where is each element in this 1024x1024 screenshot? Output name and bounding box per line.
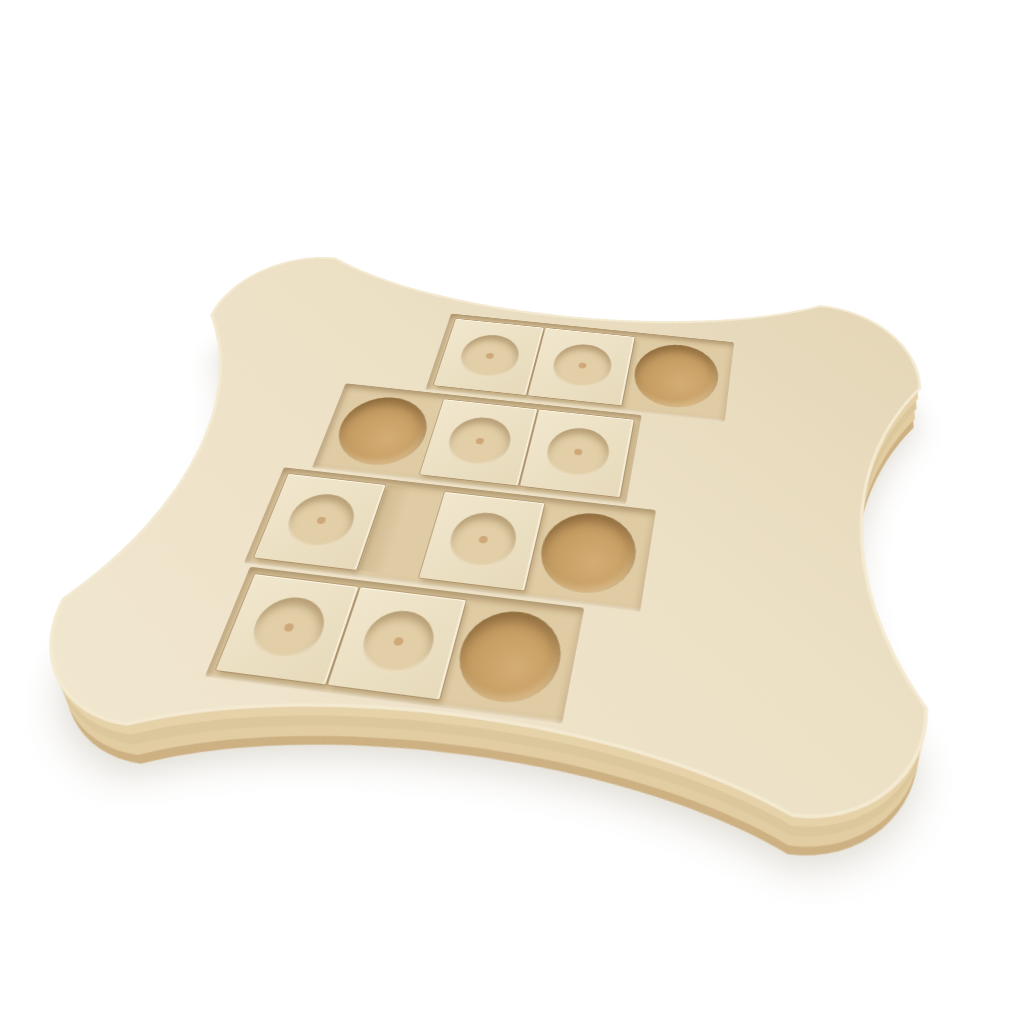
treat-well-bowl xyxy=(449,606,569,708)
channel-floor xyxy=(359,485,443,577)
dish-center-mark xyxy=(393,637,405,646)
treat-well-bowl xyxy=(533,509,642,599)
dish-center-mark xyxy=(573,448,582,455)
tile-finger-dish xyxy=(443,509,521,571)
sliding-tile[interactable] xyxy=(328,587,466,699)
dish-center-mark xyxy=(485,353,494,359)
sliding-tile[interactable] xyxy=(216,574,359,684)
tile-finger-dish xyxy=(244,594,333,663)
tile-finger-dish xyxy=(443,415,516,469)
product-photo xyxy=(0,0,1024,1024)
treat-well xyxy=(623,337,727,416)
sliding-tile[interactable] xyxy=(434,319,544,395)
slider-track-row-3 xyxy=(244,467,656,611)
treat-well xyxy=(442,601,576,715)
treat-well-bowl xyxy=(328,393,436,469)
puzzle-board xyxy=(0,245,946,846)
tile-finger-dish xyxy=(280,491,362,551)
dish-center-mark xyxy=(478,536,488,544)
dish-center-mark xyxy=(283,623,295,632)
dish-center-mark xyxy=(578,362,587,368)
dish-center-mark xyxy=(475,438,485,445)
slider-track-row-4 xyxy=(205,567,585,724)
treat-well-bowl xyxy=(629,341,722,411)
dish-center-mark xyxy=(316,516,327,524)
treat-well xyxy=(526,504,647,604)
photo-scene xyxy=(0,0,1024,1024)
sliding-tile[interactable] xyxy=(254,474,386,570)
tile-finger-dish xyxy=(549,342,616,390)
tile-finger-dish xyxy=(455,332,524,380)
sliding-tile[interactable] xyxy=(419,492,544,591)
tile-finger-dish xyxy=(542,425,613,480)
tile-finger-dish xyxy=(355,607,441,677)
sliding-tile[interactable] xyxy=(528,328,635,405)
sliding-tile[interactable] xyxy=(520,410,634,498)
